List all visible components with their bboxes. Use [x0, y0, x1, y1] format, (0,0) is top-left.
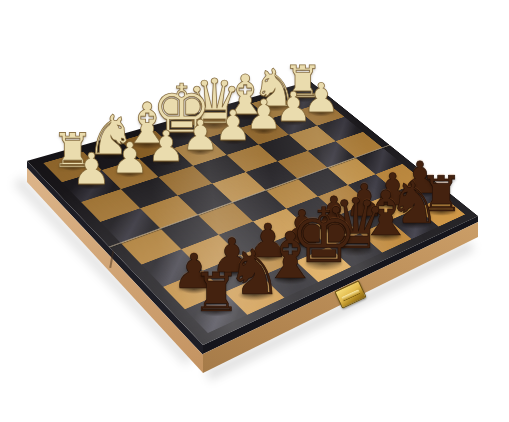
- piece-white-pawn: ♟: [214, 105, 251, 147]
- piece-white-pawn: ♟: [110, 136, 149, 179]
- piece-white-pawn: ♟: [72, 148, 111, 192]
- piece-black-rook: ♜: [192, 266, 240, 320]
- pieces-layer: ♜♞♝♛♚♝♞♜♟♟♟♟♟♟♟♟♟♟♟♟♟♟♟♟♜♞♝♛♚♝♞♜: [0, 0, 509, 422]
- chess-set-photo: ♜♞♝♛♚♝♞♜♟♟♟♟♟♟♟♟♟♟♟♟♟♟♟♟♜♞♝♛♚♝♞♜: [0, 0, 509, 422]
- piece-white-pawn: ♟: [181, 115, 219, 157]
- piece-white-pawn: ♟: [147, 125, 185, 168]
